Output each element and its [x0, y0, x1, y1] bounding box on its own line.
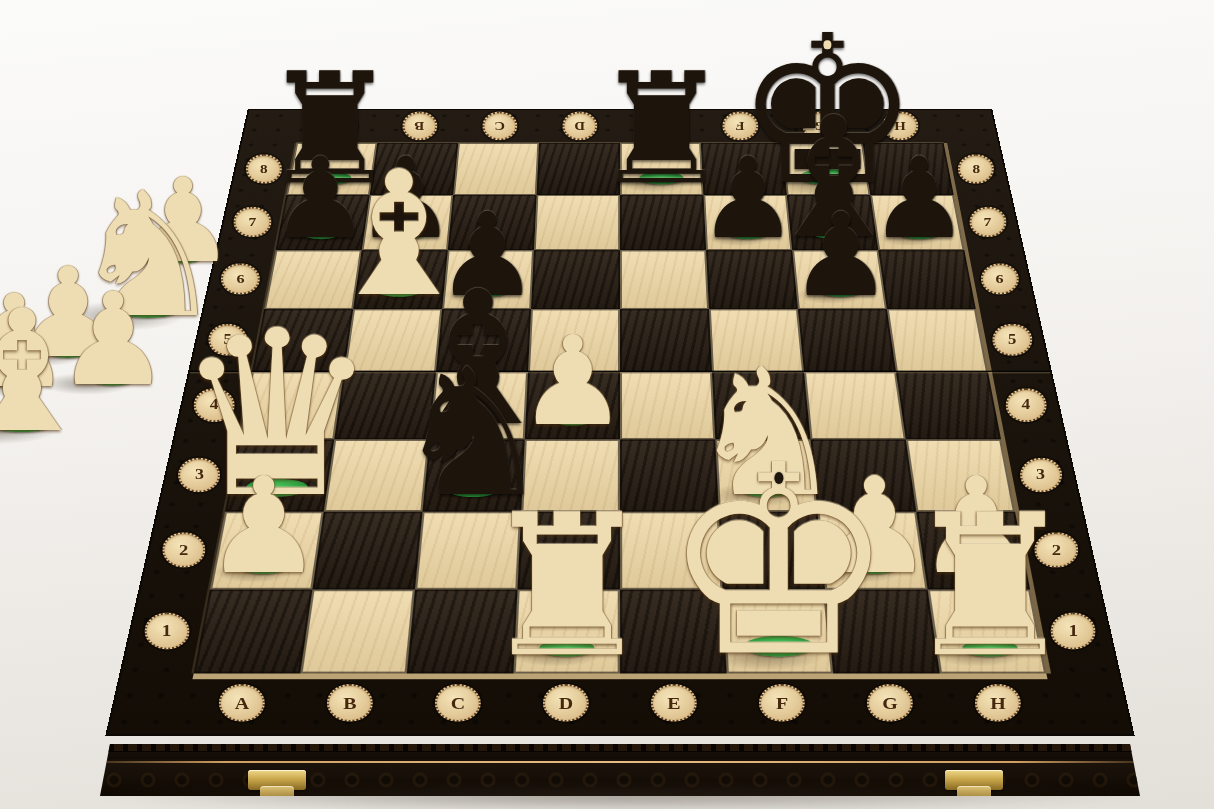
captured-piece-shadow	[40, 373, 134, 395]
square-h2[interactable]	[916, 512, 1030, 590]
captured-piece-shadow	[114, 251, 199, 271]
square-e1[interactable]	[620, 590, 727, 674]
square-c3[interactable]	[422, 439, 524, 511]
felt-base-icon	[164, 252, 201, 263]
board-shadow	[96, 788, 1144, 809]
square-a4[interactable]	[239, 372, 344, 439]
rope-carving	[100, 744, 1140, 751]
square-d5[interactable]	[528, 309, 620, 372]
square-d8[interactable]	[537, 143, 620, 195]
square-a5[interactable]	[252, 309, 353, 372]
captured-piece-shadow	[0, 345, 87, 366]
square-g5[interactable]	[798, 309, 896, 372]
square-g4[interactable]	[804, 372, 906, 439]
square-a3[interactable]	[225, 439, 334, 511]
square-e3[interactable]	[620, 439, 719, 511]
captured-white-pawn-4[interactable]: ♟	[0, 278, 71, 406]
felt-base-icon	[0, 376, 35, 388]
black-king-finial-icon	[824, 40, 831, 49]
square-c8[interactable]	[453, 143, 539, 195]
square-e7[interactable]	[620, 195, 706, 250]
square-d6[interactable]	[531, 250, 620, 309]
square-d7[interactable]	[534, 195, 620, 250]
captured-piece-shadow	[0, 415, 58, 444]
square-c2[interactable]	[415, 512, 521, 590]
square-h3[interactable]	[906, 439, 1015, 511]
square-e4[interactable]	[620, 372, 715, 439]
square-a6[interactable]	[264, 250, 362, 309]
square-f5[interactable]	[709, 309, 804, 372]
captured-piece-shadow	[0, 375, 35, 397]
felt-base-icon	[48, 346, 88, 358]
square-h7[interactable]	[870, 195, 964, 250]
square-e8[interactable]	[620, 143, 703, 195]
captured-white-bishop-5[interactable]: ♝	[0, 288, 97, 456]
square-h8[interactable]	[863, 143, 954, 195]
square-d1[interactable]	[513, 590, 620, 674]
square-b2[interactable]	[312, 512, 422, 590]
captured-white-pawn-2[interactable]: ♟	[12, 251, 123, 375]
gold-pinstripe	[100, 761, 1140, 763]
square-e5[interactable]	[620, 309, 712, 372]
square-g7[interactable]	[787, 195, 878, 250]
square-f1[interactable]	[723, 590, 834, 674]
square-b1[interactable]	[300, 590, 415, 674]
square-c5[interactable]	[436, 309, 531, 372]
square-f2[interactable]	[719, 512, 825, 590]
square-a7[interactable]	[276, 195, 370, 250]
square-b7[interactable]	[362, 195, 453, 250]
square-a8[interactable]	[286, 143, 377, 195]
square-b6[interactable]	[353, 250, 448, 309]
square-b3[interactable]	[324, 439, 430, 511]
square-h5[interactable]	[887, 309, 988, 372]
square-c4[interactable]	[429, 372, 528, 439]
brass-latch-left-icon[interactable]	[248, 770, 306, 790]
square-g1[interactable]	[825, 590, 940, 674]
square-g2[interactable]	[818, 512, 928, 590]
square-f8[interactable]	[701, 143, 787, 195]
square-g3[interactable]	[811, 439, 917, 511]
square-d3[interactable]	[521, 439, 620, 511]
felt-base-icon	[0, 413, 54, 432]
captured-white-pawn-3[interactable]: ♟	[56, 276, 171, 404]
square-e2[interactable]	[620, 512, 723, 590]
square-c7[interactable]	[448, 195, 537, 250]
square-g6[interactable]	[792, 250, 887, 309]
square-f4[interactable]	[712, 372, 811, 439]
square-a1[interactable]	[194, 590, 313, 674]
felt-base-icon	[115, 298, 181, 318]
brass-latch-right-icon[interactable]	[945, 770, 1003, 790]
square-f6[interactable]	[706, 250, 798, 309]
square-b8[interactable]	[370, 143, 458, 195]
scene: ABCDEFGHABCDEFGH8765432187654321♜♜♚♟♟♟♝♟…	[0, 0, 1214, 809]
board-fold-hinge-line	[190, 371, 1051, 374]
square-d2[interactable]	[517, 512, 620, 590]
square-c6[interactable]	[442, 250, 534, 309]
square-a2[interactable]	[210, 512, 324, 590]
square-h1[interactable]	[928, 590, 1047, 674]
chess-board	[108, 110, 1132, 734]
square-h4[interactable]	[896, 372, 1001, 439]
square-e6[interactable]	[620, 250, 709, 309]
square-g8[interactable]	[782, 143, 870, 195]
captured-piece-shadow	[59, 301, 185, 331]
square-h6[interactable]	[878, 250, 976, 309]
felt-base-icon	[92, 374, 133, 386]
board-grid	[194, 143, 1047, 673]
square-d4[interactable]	[525, 372, 620, 439]
square-f7[interactable]	[703, 195, 792, 250]
square-b4[interactable]	[334, 372, 436, 439]
square-c1[interactable]	[407, 590, 518, 674]
square-f3[interactable]	[715, 439, 817, 511]
square-b5[interactable]	[344, 309, 442, 372]
